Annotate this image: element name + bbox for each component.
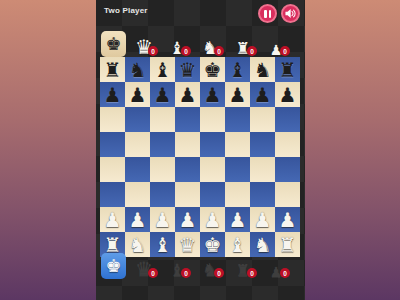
square-e2[interactable]: ♟ bbox=[200, 207, 225, 232]
square-a3[interactable] bbox=[100, 182, 125, 207]
captured-white-knight: ♞0 bbox=[195, 29, 225, 57]
square-a4[interactable] bbox=[100, 157, 125, 182]
square-c8[interactable]: ♝ bbox=[150, 57, 175, 82]
square-g4[interactable] bbox=[250, 157, 275, 182]
white-player-tray: ♚ ♛0♝0♞0♜0♟0 bbox=[101, 251, 300, 279]
square-g2[interactable]: ♟ bbox=[250, 207, 275, 232]
capture-count-badge: 0 bbox=[214, 268, 224, 278]
square-g5[interactable] bbox=[250, 132, 275, 157]
piece-black-bishop: ♝ bbox=[229, 60, 247, 80]
piece-black-queen: ♛ bbox=[179, 60, 197, 80]
square-b6[interactable] bbox=[125, 107, 150, 132]
square-h3[interactable] bbox=[275, 182, 300, 207]
square-h8[interactable]: ♜ bbox=[275, 57, 300, 82]
piece-black-knight: ♞ bbox=[254, 60, 272, 80]
piece-black-pawn: ♟ bbox=[104, 85, 122, 105]
piece-white-pawn: ♟ bbox=[179, 210, 197, 230]
piece-black-pawn: ♟ bbox=[154, 85, 172, 105]
square-c5[interactable] bbox=[150, 132, 175, 157]
square-c3[interactable] bbox=[150, 182, 175, 207]
piece-black-king: ♚ bbox=[204, 60, 222, 80]
square-g8[interactable]: ♞ bbox=[250, 57, 275, 82]
square-g7[interactable]: ♟ bbox=[250, 82, 275, 107]
square-d8[interactable]: ♛ bbox=[175, 57, 200, 82]
piece-black-bishop: ♝ bbox=[154, 60, 172, 80]
piece-white-pawn: ♟ bbox=[104, 210, 122, 230]
captured-white-pawn: ♟0 bbox=[261, 29, 291, 57]
square-d5[interactable] bbox=[175, 132, 200, 157]
square-f7[interactable]: ♟ bbox=[225, 82, 250, 107]
pause-icon bbox=[264, 10, 271, 18]
black-king-icon: ♚ bbox=[105, 35, 121, 53]
capture-count-badge: 0 bbox=[280, 268, 290, 278]
square-e8[interactable]: ♚ bbox=[200, 57, 225, 82]
piece-black-pawn: ♟ bbox=[279, 85, 297, 105]
piece-white-pawn: ♟ bbox=[154, 210, 172, 230]
piece-white-pawn: ♟ bbox=[254, 210, 272, 230]
square-d2[interactable]: ♟ bbox=[175, 207, 200, 232]
white-player-indicator: ♚ bbox=[101, 253, 126, 279]
piece-black-pawn: ♟ bbox=[204, 85, 222, 105]
white-king-icon: ♚ bbox=[105, 257, 121, 275]
capture-count-badge: 0 bbox=[280, 46, 290, 56]
square-f6[interactable] bbox=[225, 107, 250, 132]
piece-white-pawn: ♟ bbox=[204, 210, 222, 230]
square-d4[interactable] bbox=[175, 157, 200, 182]
piece-black-pawn: ♟ bbox=[254, 85, 272, 105]
sound-icon bbox=[285, 8, 296, 19]
game-panel: Two Player ♚ ♛0♝0♞0♜0♟0 ♜♞♝♛♚♝♞♜♟♟♟♟ bbox=[96, 0, 305, 300]
capture-count-badge: 0 bbox=[247, 46, 257, 56]
piece-black-pawn: ♟ bbox=[129, 85, 147, 105]
square-b8[interactable]: ♞ bbox=[125, 57, 150, 82]
square-a7[interactable]: ♟ bbox=[100, 82, 125, 107]
piece-black-pawn: ♟ bbox=[229, 85, 247, 105]
square-f5[interactable] bbox=[225, 132, 250, 157]
captured-white-queen: ♛0 bbox=[129, 29, 159, 57]
chess-board: ♜♞♝♛♚♝♞♜♟♟♟♟♟♟♟♟♟♟♟♟♟♟♟♟♜♞♝♛♚♝♞♜ bbox=[100, 57, 300, 257]
square-a5[interactable] bbox=[100, 132, 125, 157]
square-e7[interactable]: ♟ bbox=[200, 82, 225, 107]
square-h5[interactable] bbox=[275, 132, 300, 157]
square-b3[interactable] bbox=[125, 182, 150, 207]
square-b5[interactable] bbox=[125, 132, 150, 157]
square-e5[interactable] bbox=[200, 132, 225, 157]
captured-black-rook: ♜0 bbox=[228, 251, 258, 279]
square-b7[interactable]: ♟ bbox=[125, 82, 150, 107]
square-h2[interactable]: ♟ bbox=[275, 207, 300, 232]
square-d3[interactable] bbox=[175, 182, 200, 207]
captured-black-queen: ♛0 bbox=[129, 251, 159, 279]
square-a8[interactable]: ♜ bbox=[100, 57, 125, 82]
capture-count-badge: 0 bbox=[247, 268, 257, 278]
square-e4[interactable] bbox=[200, 157, 225, 182]
square-f4[interactable] bbox=[225, 157, 250, 182]
piece-black-rook: ♜ bbox=[104, 60, 122, 80]
square-b2[interactable]: ♟ bbox=[125, 207, 150, 232]
pause-button[interactable] bbox=[258, 4, 277, 23]
square-e3[interactable] bbox=[200, 182, 225, 207]
capture-count-badge: 0 bbox=[214, 46, 224, 56]
capture-count-badge: 0 bbox=[148, 46, 158, 56]
piece-black-pawn: ♟ bbox=[179, 85, 197, 105]
captured-black-pawn: ♟0 bbox=[261, 251, 291, 279]
square-h6[interactable] bbox=[275, 107, 300, 132]
square-c6[interactable] bbox=[150, 107, 175, 132]
square-c7[interactable]: ♟ bbox=[150, 82, 175, 107]
page-title: Two Player bbox=[104, 6, 148, 15]
background: Two Player ♚ ♛0♝0♞0♜0♟0 ♜♞♝♛♚♝♞♜♟♟♟♟ bbox=[0, 0, 400, 300]
sound-button[interactable] bbox=[281, 4, 300, 23]
square-g6[interactable] bbox=[250, 107, 275, 132]
square-d7[interactable]: ♟ bbox=[175, 82, 200, 107]
capture-count-badge: 0 bbox=[148, 268, 158, 278]
piece-white-pawn: ♟ bbox=[129, 210, 147, 230]
square-f2[interactable]: ♟ bbox=[225, 207, 250, 232]
square-c2[interactable]: ♟ bbox=[150, 207, 175, 232]
square-g3[interactable] bbox=[250, 182, 275, 207]
square-h4[interactable] bbox=[275, 157, 300, 182]
square-a2[interactable]: ♟ bbox=[100, 207, 125, 232]
top-bar: Two Player bbox=[96, 0, 305, 26]
captured-black-knight: ♞0 bbox=[195, 251, 225, 279]
piece-black-knight: ♞ bbox=[129, 60, 147, 80]
square-d6[interactable] bbox=[175, 107, 200, 132]
square-c4[interactable] bbox=[150, 157, 175, 182]
capture-count-badge: 0 bbox=[181, 46, 191, 56]
square-f8[interactable]: ♝ bbox=[225, 57, 250, 82]
captured-black-bishop: ♝0 bbox=[162, 251, 192, 279]
piece-black-rook: ♜ bbox=[279, 60, 297, 80]
piece-white-pawn: ♟ bbox=[279, 210, 297, 230]
captured-white-rook: ♜0 bbox=[228, 29, 258, 57]
piece-white-pawn: ♟ bbox=[229, 210, 247, 230]
square-a6[interactable] bbox=[100, 107, 125, 132]
toolbar-buttons bbox=[258, 4, 300, 23]
square-f3[interactable] bbox=[225, 182, 250, 207]
black-player-tray: ♚ ♛0♝0♞0♜0♟0 bbox=[101, 29, 300, 57]
square-b4[interactable] bbox=[125, 157, 150, 182]
capture-count-badge: 0 bbox=[181, 268, 191, 278]
square-h7[interactable]: ♟ bbox=[275, 82, 300, 107]
square-e6[interactable] bbox=[200, 107, 225, 132]
black-player-indicator: ♚ bbox=[101, 31, 126, 57]
captured-white-bishop: ♝0 bbox=[162, 29, 192, 57]
